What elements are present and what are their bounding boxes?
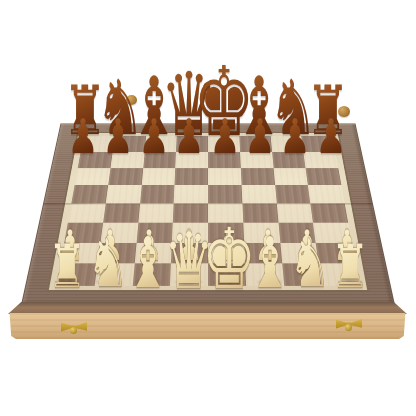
square-h2 [316,242,356,263]
latch-knob-icon [70,327,77,334]
square-c8 [144,136,177,152]
square-a4 [68,203,106,222]
square-a5 [71,185,108,203]
square-d8 [176,136,208,152]
hinge-knob-icon [338,106,350,117]
square-g5 [275,185,311,203]
square-c3 [136,222,173,242]
square-b2 [97,242,136,263]
board-grid [56,136,359,286]
square-b7 [110,152,144,168]
square-h1 [319,264,360,286]
square-d4 [173,203,208,222]
square-h3 [313,222,352,242]
square-f8 [239,136,272,152]
chess-set-photo: ♜♞♝♛♚♝♞♜♟♟♟♟♟♟♟♟♟♟♟♟♟♟♟♟♜♞♝♛♚♝♞♜ [0,0,416,416]
square-f7 [240,152,273,168]
square-g1 [282,264,322,286]
square-f4 [242,203,278,222]
square-a8 [81,136,115,152]
square-g6 [273,168,308,185]
square-c2 [134,242,172,263]
square-d3 [172,222,208,242]
square-e5 [208,185,242,203]
hinge-knob-icon [126,95,137,105]
square-e1 [208,264,246,286]
square-g8 [270,136,303,152]
square-d7 [175,152,208,168]
square-a1 [56,264,97,286]
square-g7 [272,152,306,168]
square-h7 [304,152,339,168]
square-a6 [75,168,111,185]
square-e8 [208,136,240,152]
square-e7 [208,152,241,168]
square-b3 [100,222,138,242]
square-f1 [245,264,284,286]
square-g4 [276,203,313,222]
square-f5 [241,185,276,203]
square-c1 [132,264,171,286]
chess-board [21,123,395,305]
square-e2 [208,242,245,263]
square-h5 [308,185,345,203]
square-g3 [278,222,316,242]
square-a2 [60,242,100,263]
square-g2 [280,242,319,263]
latch-knob-icon [345,324,352,331]
square-h4 [311,203,349,222]
board-front-bevel [8,302,407,314]
board-inner-border [47,132,370,291]
square-e3 [208,222,244,242]
square-h8 [301,136,335,152]
square-f2 [244,242,282,263]
square-b5 [105,185,141,203]
square-d5 [174,185,208,203]
square-c7 [143,152,176,168]
square-a7 [78,152,113,168]
square-c6 [141,168,175,185]
square-c5 [140,185,175,203]
square-b1 [94,264,134,286]
square-b6 [108,168,143,185]
square-e6 [208,168,241,185]
square-e4 [208,203,243,222]
square-c4 [138,203,174,222]
square-f6 [241,168,275,185]
square-a3 [64,222,103,242]
square-d2 [171,242,208,263]
square-d6 [175,168,208,185]
square-d1 [170,264,208,286]
square-b4 [103,203,140,222]
square-b8 [112,136,145,152]
square-f3 [243,222,280,242]
square-h6 [306,168,342,185]
